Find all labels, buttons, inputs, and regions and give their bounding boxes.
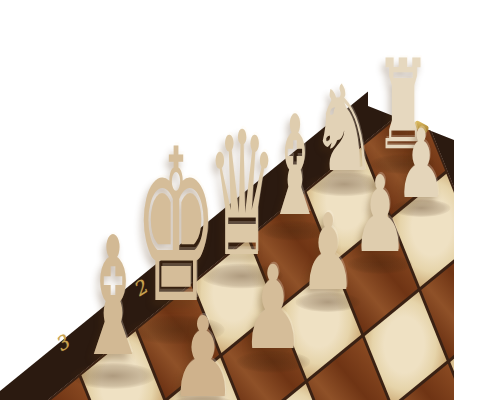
product-photo-stage: 23 ♜♞♝♛♚♝♟♟♟♟♟ bbox=[0, 0, 500, 400]
piece-glyph: ♟ bbox=[352, 163, 408, 268]
pieces-layer: ♜♞♝♛♚♝♟♟♟♟♟ bbox=[0, 0, 500, 400]
piece-glyph: ♝ bbox=[76, 216, 150, 380]
piece-glyph: ♟ bbox=[300, 201, 356, 306]
piece-glyph: ♟ bbox=[170, 301, 236, 400]
piece-glyph: ♟ bbox=[242, 251, 305, 367]
